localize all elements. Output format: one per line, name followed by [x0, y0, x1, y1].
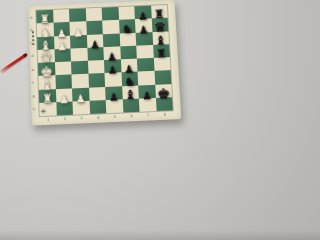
- square-h7[interactable]: [139, 98, 156, 112]
- chess-board[interactable]: ♜♞♝♛♚♝♜♟♟♟♟♟♜♛♝♜♚♟♟♟♞♟♞♝♟♟♟♟ 12345678 ab…: [28, 0, 181, 126]
- red-pen: [0, 54, 26, 73]
- square-g8[interactable]: [155, 84, 172, 98]
- square-e4[interactable]: [87, 60, 104, 74]
- square-c4[interactable]: [86, 34, 103, 48]
- square-h4[interactable]: [89, 100, 106, 114]
- square-e6[interactable]: [120, 59, 137, 73]
- square-a5[interactable]: [102, 7, 119, 21]
- coord-label-3: 3: [73, 115, 90, 122]
- square-a7[interactable]: [134, 6, 151, 20]
- square-a4[interactable]: [85, 8, 102, 22]
- square-c2[interactable]: [54, 35, 71, 49]
- square-g2[interactable]: [55, 88, 72, 102]
- square-c3[interactable]: [70, 34, 87, 48]
- coord-label-6: 6: [123, 113, 140, 120]
- coord-label-h: h: [33, 107, 38, 111]
- square-d7[interactable]: [136, 45, 153, 59]
- square-b4[interactable]: [86, 21, 103, 35]
- square-g6[interactable]: [122, 85, 139, 99]
- coord-label-f: f: [32, 81, 37, 85]
- square-a6[interactable]: [118, 6, 135, 20]
- square-c6[interactable]: [119, 32, 136, 46]
- square-b5[interactable]: [102, 20, 119, 34]
- square-g5[interactable]: [105, 86, 122, 100]
- square-b2[interactable]: [53, 22, 70, 36]
- square-g1[interactable]: [39, 89, 56, 103]
- square-e2[interactable]: [54, 61, 71, 75]
- coord-label-1: 1: [40, 117, 57, 124]
- square-f6[interactable]: [121, 72, 138, 86]
- square-e3[interactable]: [71, 61, 88, 75]
- desk-surface: ♜♞♝♛♚♝♜♟♟♟♟♟♜♛♝♜♚♟♟♟♞♟♞♝♟♟♟♟ 12345678 ab…: [0, 0, 200, 133]
- square-g7[interactable]: [138, 84, 155, 98]
- board-squares[interactable]: [36, 5, 172, 116]
- square-f3[interactable]: [71, 74, 88, 88]
- square-f7[interactable]: [138, 71, 155, 85]
- coord-label-8: 8: [156, 112, 173, 119]
- square-e7[interactable]: [137, 58, 154, 72]
- square-d2[interactable]: [54, 48, 71, 62]
- square-e8[interactable]: [153, 57, 170, 71]
- square-c8[interactable]: [152, 31, 169, 45]
- square-c5[interactable]: [103, 33, 120, 47]
- square-b1[interactable]: [37, 23, 54, 37]
- square-f8[interactable]: [154, 70, 171, 84]
- board-logo: ✳: [40, 108, 46, 116]
- coord-label-g: g: [32, 94, 37, 98]
- square-e5[interactable]: [104, 59, 121, 73]
- coord-label-a: a: [30, 15, 35, 19]
- square-h8[interactable]: [155, 97, 172, 111]
- square-f1[interactable]: [38, 75, 55, 89]
- square-d4[interactable]: [87, 47, 104, 61]
- square-b3[interactable]: [69, 21, 86, 35]
- square-h6[interactable]: [122, 98, 139, 112]
- square-g4[interactable]: [89, 86, 106, 100]
- square-d1[interactable]: [38, 49, 55, 63]
- square-b8[interactable]: [151, 18, 168, 32]
- square-h2[interactable]: [56, 101, 73, 115]
- coord-label-2: 2: [56, 116, 73, 123]
- square-a1[interactable]: [36, 10, 53, 24]
- border-brand-mark: [31, 31, 34, 47]
- square-a3[interactable]: [69, 8, 86, 22]
- square-c7[interactable]: [136, 32, 153, 46]
- coord-label-5: 5: [106, 114, 123, 121]
- square-a8[interactable]: [151, 5, 168, 19]
- coord-label-4: 4: [90, 115, 107, 122]
- square-e1[interactable]: [38, 62, 55, 76]
- square-g3[interactable]: [72, 87, 89, 101]
- square-f4[interactable]: [88, 73, 105, 87]
- square-f2[interactable]: [55, 75, 72, 89]
- square-b6[interactable]: [119, 19, 136, 33]
- square-h3[interactable]: [72, 101, 89, 115]
- square-d5[interactable]: [103, 46, 120, 60]
- square-d8[interactable]: [153, 44, 170, 58]
- square-h5[interactable]: [106, 99, 123, 113]
- coord-label-d: d: [31, 54, 36, 58]
- coord-label-e: e: [32, 68, 37, 72]
- square-d3[interactable]: [70, 48, 87, 62]
- square-c1[interactable]: [37, 36, 54, 50]
- square-a2[interactable]: [53, 9, 70, 23]
- square-f5[interactable]: [104, 72, 121, 86]
- square-d6[interactable]: [120, 45, 137, 59]
- coord-label-7: 7: [140, 113, 157, 120]
- square-b7[interactable]: [135, 19, 152, 33]
